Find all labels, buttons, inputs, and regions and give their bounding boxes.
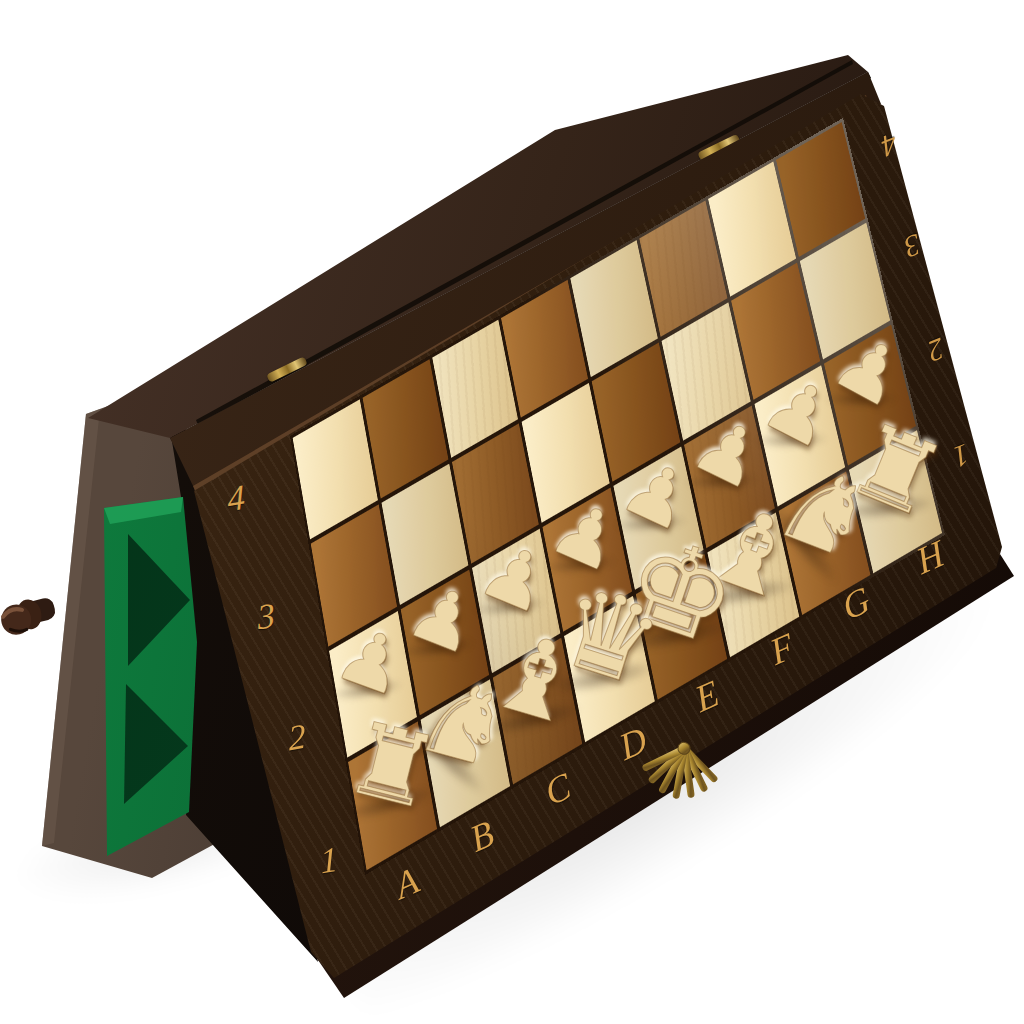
rank-label-left-1: 1 [319,840,339,883]
brass-hinge [697,134,740,161]
rank-label-left-4: 4 [226,478,246,521]
latch-knob [0,574,66,660]
rank-label-right-1: 1 [949,437,972,475]
floor-shadow-left-leg [4,767,317,922]
brass-hinge [266,356,308,383]
rank-label-right-2: 2 [925,330,948,368]
rank-label-right-4: 4 [877,125,900,163]
rank-label-left-2: 2 [287,716,307,759]
product-photo-chess-set: 4321ABCDEFGH4321 ♟♟♟♟♟♟♟♟♜♞♝♛♚♝♞♜ [0,0,1024,1024]
rank-label-right-3: 3 [901,227,924,265]
rank-label-left-3: 3 [256,596,276,639]
